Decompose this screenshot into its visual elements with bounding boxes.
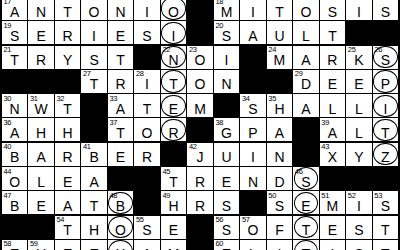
cell-letter: O — [187, 70, 212, 93]
clue-number: 24 — [268, 46, 276, 54]
clue-number: 40 — [4, 143, 12, 151]
cell-r2c4[interactable]: I — [81, 21, 106, 44]
cell-r1c5[interactable]: N — [108, 0, 133, 20]
cell-r3c12[interactable]: A — [293, 46, 318, 69]
cell-r2c5[interactable]: E — [108, 21, 133, 44]
cell-r3c8[interactable]: 23O — [187, 46, 212, 69]
cell-r11c9[interactable]: 60E — [214, 240, 239, 250]
clue-number: 53 — [374, 192, 382, 200]
cell-r11c12[interactable]: T — [293, 240, 318, 250]
black-cell — [134, 191, 159, 214]
cell-r7c15[interactable]: Z — [373, 143, 398, 166]
cell-letter: T — [293, 240, 318, 250]
black-cell — [346, 167, 371, 190]
cell-letter: T — [267, 0, 292, 20]
clue-number: 30 — [4, 95, 12, 103]
cell-r8c1[interactable]: 44O — [2, 167, 27, 190]
cell-letter: E — [108, 21, 133, 44]
cell-r2c6[interactable]: S — [134, 21, 159, 44]
black-cell — [2, 70, 27, 93]
clue-number: 34 — [242, 95, 250, 103]
cell-r6c15[interactable]: T — [373, 118, 398, 141]
black-cell — [55, 70, 80, 93]
cell-r3c9[interactable]: I — [214, 46, 239, 69]
cell-letter: A — [240, 21, 265, 44]
cell-letter: T — [108, 46, 133, 69]
cell-r7c13[interactable]: 43X — [320, 143, 345, 166]
cell-r9c12[interactable]: E — [293, 191, 318, 214]
cell-r4c15[interactable]: P — [373, 70, 398, 93]
cell-letter: T — [161, 70, 186, 93]
cell-r5c14[interactable]: L — [346, 94, 371, 117]
clue-number: 57 — [242, 216, 250, 224]
cell-letter: N — [214, 70, 239, 93]
cell-r11c3[interactable]: E — [55, 240, 80, 250]
cell-letter: L — [346, 94, 371, 117]
cell-letter: E — [214, 167, 239, 190]
cell-r9c11[interactable]: 50S — [267, 191, 292, 214]
cell-r3c3[interactable]: Y — [55, 46, 80, 69]
cell-r4c4[interactable]: 27T — [81, 70, 106, 93]
cell-r10c5[interactable]: O — [108, 216, 133, 239]
cell-letter: P — [373, 70, 398, 93]
cell-letter: A — [293, 94, 318, 117]
cell-r5c3[interactable]: 32T — [55, 94, 80, 117]
cell-letter: O — [81, 0, 106, 20]
clue-number: 46 — [295, 168, 303, 176]
black-cell — [187, 216, 212, 239]
clue-number: 54 — [56, 216, 64, 224]
cell-r9c2[interactable]: E — [28, 191, 53, 214]
cell-letter: E — [55, 240, 80, 250]
clue-number: 37 — [109, 119, 117, 127]
cell-r7c2[interactable]: A — [28, 143, 53, 166]
cell-letter: I — [346, 0, 371, 20]
cell-r11c14[interactable]: S — [346, 240, 371, 250]
cell-r2c10[interactable]: A — [240, 21, 265, 44]
black-cell — [28, 70, 53, 93]
cell-r4c7[interactable]: T — [161, 70, 186, 93]
cell-letter: P — [240, 118, 265, 141]
cell-letter: T — [373, 118, 398, 141]
black-cell — [81, 94, 106, 117]
black-cell — [161, 143, 186, 166]
cell-letter: Y — [346, 143, 371, 166]
cell-letter: R — [108, 70, 133, 93]
clue-number: 27 — [83, 70, 91, 78]
cell-r9c7[interactable]: 49H — [161, 191, 186, 214]
cell-letter: E — [320, 216, 345, 239]
cell-r8c3[interactable]: E — [55, 167, 80, 190]
cell-r4c6[interactable]: 28I — [134, 70, 159, 93]
cell-letter: I — [320, 240, 345, 250]
cell-letter: I — [267, 240, 292, 250]
cell-r5c1[interactable]: 30N — [2, 94, 27, 117]
cell-r1c11[interactable]: T — [267, 0, 292, 20]
cell-r10c11[interactable]: F — [267, 216, 292, 239]
cell-r7c11[interactable]: N — [267, 143, 292, 166]
cell-letter: R — [134, 143, 159, 166]
cell-letter: S — [320, 0, 345, 20]
clue-number: 51 — [321, 192, 329, 200]
cell-letter: T — [134, 94, 159, 117]
cell-r9c13[interactable]: 51M — [320, 191, 345, 214]
cell-letter: L — [240, 240, 265, 250]
black-cell — [81, 118, 106, 141]
cell-r4c8[interactable]: O — [187, 70, 212, 93]
cell-letter: T — [55, 0, 80, 20]
cell-r2c13[interactable]: T — [320, 21, 345, 44]
clue-number: 23 — [189, 46, 197, 54]
clue-number: 26 — [374, 46, 382, 54]
cell-letter: S — [346, 240, 371, 250]
cell-r3c15[interactable]: 26S — [373, 46, 398, 69]
black-cell — [187, 118, 212, 141]
cell-letter: I — [161, 21, 186, 44]
cell-r11c1[interactable]: 58E — [2, 240, 27, 250]
cell-r4c5[interactable]: R — [108, 70, 133, 93]
cell-r7c3[interactable]: R — [55, 143, 80, 166]
cell-letter: I — [134, 0, 159, 20]
black-cell — [373, 167, 398, 190]
cell-r6c2[interactable]: H — [28, 118, 53, 141]
black-cell — [320, 167, 345, 190]
black-cell — [2, 216, 27, 239]
clue-number: 44 — [4, 168, 12, 176]
clue-number: 52 — [348, 192, 356, 200]
cell-r7c6[interactable]: R — [134, 143, 159, 166]
clue-number: 38 — [215, 119, 223, 127]
cell-letter: A — [81, 167, 106, 190]
cell-letter: R — [187, 167, 212, 190]
cell-r10c13[interactable]: E — [320, 216, 345, 239]
black-cell — [214, 94, 239, 117]
cell-letter: R — [55, 21, 80, 44]
cell-letter: E — [293, 191, 318, 214]
clue-number: 33 — [109, 95, 117, 103]
cell-r10c7[interactable]: E — [161, 216, 186, 239]
cell-r8c2[interactable]: L — [28, 167, 53, 190]
cell-r2c9[interactable]: 20S — [214, 21, 239, 44]
clue-number: 49 — [162, 192, 170, 200]
cell-letter: E — [320, 70, 345, 93]
cell-letter: O — [293, 0, 318, 20]
cell-r9c14[interactable]: 52I — [346, 191, 371, 214]
cell-r6c9[interactable]: 38G — [214, 118, 239, 141]
clue-number: 29 — [295, 70, 303, 78]
cell-letter: O — [134, 118, 159, 141]
cell-r6c6[interactable]: O — [134, 118, 159, 141]
black-cell — [240, 191, 265, 214]
cell-letter: N — [240, 167, 265, 190]
cell-r9c1[interactable]: 47B — [2, 191, 27, 214]
cell-r1c3[interactable]: T — [55, 0, 80, 20]
cell-r8c8[interactable]: R — [187, 167, 212, 190]
cell-r8c7[interactable]: 45T — [161, 167, 186, 190]
cell-r2c1[interactable]: 19S — [2, 21, 27, 44]
cell-r5c2[interactable]: 31W — [28, 94, 53, 117]
cell-letter: S — [214, 191, 239, 214]
black-cell — [187, 240, 212, 250]
clue-number: 60 — [215, 240, 223, 248]
cell-r2c3[interactable]: R — [55, 21, 80, 44]
cell-r4c14[interactable]: E — [346, 70, 371, 93]
cell-letter: H — [55, 118, 80, 141]
cell-letter: T — [293, 216, 318, 239]
cell-letter: T — [373, 216, 398, 239]
black-cell — [187, 21, 212, 44]
cell-letter: S — [81, 46, 106, 69]
cell-r1c10[interactable]: I — [240, 0, 265, 20]
cell-r5c15[interactable]: I — [373, 94, 398, 117]
black-cell — [240, 46, 265, 69]
cell-r10c3[interactable]: 54T — [55, 216, 80, 239]
cell-r11c5[interactable]: X — [108, 240, 133, 250]
cell-r7c4[interactable]: 41B — [81, 143, 106, 166]
black-cell — [134, 46, 159, 69]
clue-number: 48 — [109, 192, 117, 200]
cell-r3c5[interactable]: T — [108, 46, 133, 69]
cell-r11c6[interactable]: A — [134, 240, 159, 250]
cell-r1c4[interactable]: O — [81, 0, 106, 20]
crossword-board: 17ANTONIO18MITOSIS19SERIESI20SAULT21TRYS… — [0, 0, 400, 250]
black-cell — [346, 21, 371, 44]
cell-letter: N — [108, 0, 133, 20]
cell-r2c12[interactable]: L — [293, 21, 318, 44]
cell-letter: M — [161, 240, 186, 250]
cell-r5c5[interactable]: 33A — [108, 94, 133, 117]
cell-r9c5[interactable]: 48B — [108, 191, 133, 214]
clue-number: 25 — [348, 46, 356, 54]
black-cell — [293, 118, 318, 141]
clue-number: 50 — [268, 192, 276, 200]
cell-letter: S — [134, 21, 159, 44]
cell-r7c14[interactable]: Y — [346, 143, 371, 166]
cell-r6c13[interactable]: 39A — [320, 118, 345, 141]
cell-r9c4[interactable]: T — [81, 191, 106, 214]
cell-r7c10[interactable]: I — [240, 143, 265, 166]
cell-letter: H — [81, 216, 106, 239]
black-cell — [108, 167, 133, 190]
cell-letter: E — [28, 21, 53, 44]
cell-letter: R — [55, 143, 80, 166]
cell-r1c1[interactable]: 17A — [2, 0, 27, 20]
cell-letter: U — [267, 21, 292, 44]
cell-r11c11[interactable]: I — [267, 240, 292, 250]
cell-r9c8[interactable]: R — [187, 191, 212, 214]
cell-r5c10[interactable]: 34S — [240, 94, 265, 117]
cell-r1c12[interactable]: O — [293, 0, 318, 20]
cell-r2c11[interactable]: U — [267, 21, 292, 44]
cell-r10c9[interactable]: 56S — [214, 216, 239, 239]
cell-r5c8[interactable]: M — [187, 94, 212, 117]
cell-r8c4[interactable]: A — [81, 167, 106, 190]
cell-letter: N — [267, 143, 292, 166]
cell-letter: U — [214, 143, 239, 166]
cell-r11c10[interactable]: L — [240, 240, 265, 250]
cell-letter: E — [108, 143, 133, 166]
cell-r4c12[interactable]: 29D — [293, 70, 318, 93]
cell-r1c14[interactable]: I — [346, 0, 371, 20]
cell-r11c7[interactable]: M — [161, 240, 186, 250]
black-cell — [187, 0, 212, 20]
cell-r6c5[interactable]: 37T — [108, 118, 133, 141]
cell-letter: D — [267, 167, 292, 190]
cell-r6c10[interactable]: P — [240, 118, 265, 141]
cell-letter: A — [55, 191, 80, 214]
cell-r8c9[interactable]: E — [214, 167, 239, 190]
cell-r10c6[interactable]: 55S — [134, 216, 159, 239]
black-cell — [240, 70, 265, 93]
clue-number: 31 — [30, 95, 38, 103]
cell-letter: A — [134, 240, 159, 250]
cell-letter: A — [293, 46, 318, 69]
clue-number: 41 — [83, 143, 91, 151]
cell-r6c7[interactable]: R — [161, 118, 186, 141]
cell-r11c15[interactable]: T — [373, 240, 398, 250]
cell-letter: X — [108, 240, 133, 250]
cell-r10c15[interactable]: T — [373, 216, 398, 239]
black-cell — [134, 167, 159, 190]
cell-letter: E — [346, 70, 371, 93]
clue-number: 32 — [56, 95, 64, 103]
cell-r2c2[interactable]: E — [28, 21, 53, 44]
cell-r11c4[interactable]: E — [81, 240, 106, 250]
clue-number: 19 — [4, 22, 12, 30]
cell-letter: I — [240, 143, 265, 166]
cell-letter: I — [240, 0, 265, 20]
cell-letter: L — [346, 118, 371, 141]
cell-letter: R — [28, 46, 53, 69]
cell-r9c3[interactable]: A — [55, 191, 80, 214]
clue-number: 36 — [4, 119, 12, 127]
clue-number: 43 — [321, 143, 329, 151]
cell-letter: L — [28, 167, 53, 190]
black-cell — [293, 143, 318, 166]
cell-r3c7[interactable]: 22N — [161, 46, 186, 69]
cell-r9c15[interactable]: 53S — [373, 191, 398, 214]
cell-r5c11[interactable]: 35H — [267, 94, 292, 117]
clue-number: 56 — [215, 216, 223, 224]
clue-number: 47 — [4, 192, 12, 200]
clue-number: 55 — [136, 216, 144, 224]
clue-number: 18 — [215, 0, 223, 5]
clue-number: 21 — [4, 46, 12, 54]
cell-r6c11[interactable]: A — [267, 118, 292, 141]
cell-letter: H — [28, 118, 53, 141]
cell-letter: A — [28, 143, 53, 166]
clue-number: 45 — [162, 168, 170, 176]
cell-r7c8[interactable]: 42J — [187, 143, 212, 166]
cell-r1c2[interactable]: N — [28, 0, 53, 20]
clue-number: 20 — [215, 22, 223, 30]
cell-r4c13[interactable]: E — [320, 70, 345, 93]
clue-number: 35 — [268, 95, 276, 103]
clue-number: 59 — [30, 240, 38, 248]
cell-r10c14[interactable]: S — [346, 216, 371, 239]
cell-r10c12[interactable]: T — [293, 216, 318, 239]
cell-r1c7[interactable]: O — [161, 0, 186, 20]
cell-letter: Z — [373, 143, 398, 166]
cell-r2c7[interactable]: I — [161, 21, 186, 44]
cell-r6c1[interactable]: 36A — [2, 118, 27, 141]
cell-letter: L — [293, 21, 318, 44]
cell-r5c13[interactable]: L — [320, 94, 345, 117]
cell-r3c13[interactable]: R — [320, 46, 345, 69]
cell-letter: L — [320, 94, 345, 117]
cell-letter: E — [55, 167, 80, 190]
cell-r6c14[interactable]: L — [346, 118, 371, 141]
cell-r7c5[interactable]: E — [108, 143, 133, 166]
cell-r7c9[interactable]: U — [214, 143, 239, 166]
cell-r8c12[interactable]: 46S — [293, 167, 318, 190]
cell-letter: Y — [55, 46, 80, 69]
clue-number: 22 — [162, 46, 170, 54]
cell-letter: T — [373, 240, 398, 250]
cell-letter: A — [267, 118, 292, 141]
clue-number: 42 — [189, 143, 197, 151]
cell-r4c9[interactable]: N — [214, 70, 239, 93]
cell-letter: E — [81, 240, 106, 250]
cell-r1c9[interactable]: 18M — [214, 0, 239, 20]
cell-r11c2[interactable]: 59Y — [28, 240, 53, 250]
cell-r3c1[interactable]: 21T — [2, 46, 27, 69]
black-cell — [28, 216, 53, 239]
clue-number: 58 — [4, 240, 12, 248]
cell-r6c3[interactable]: H — [55, 118, 80, 141]
cell-letter: E — [161, 216, 186, 239]
cell-r9c9[interactable]: S — [214, 191, 239, 214]
cell-r8c11[interactable]: D — [267, 167, 292, 190]
cell-letter: T — [81, 191, 106, 214]
cell-letter: S — [346, 216, 371, 239]
cell-letter: S — [373, 0, 398, 20]
cell-letter: O — [161, 0, 186, 20]
cell-r5c7[interactable]: E — [161, 94, 186, 117]
crossword-grid: 17ANTONIO18MITOSIS19SERIESI20SAULT21TRYS… — [0, 0, 400, 250]
cell-r3c14[interactable]: 25K — [346, 46, 371, 69]
cell-r5c6[interactable]: T — [134, 94, 159, 117]
cell-r10c4[interactable]: H — [81, 216, 106, 239]
cell-letter: I — [373, 94, 398, 117]
cell-r10c10[interactable]: 57O — [240, 216, 265, 239]
cell-letter: N — [28, 0, 53, 20]
cell-letter: F — [267, 216, 292, 239]
clue-number: 39 — [321, 119, 329, 127]
cell-r7c1[interactable]: 40B — [2, 143, 27, 166]
cell-r8c10[interactable]: N — [240, 167, 265, 190]
cell-r5c12[interactable]: A — [293, 94, 318, 117]
cell-letter: E — [161, 94, 186, 117]
cell-r1c13[interactable]: S — [320, 0, 345, 20]
cell-letter: R — [187, 191, 212, 214]
cell-r3c2[interactable]: R — [28, 46, 53, 69]
clue-number: 17 — [4, 0, 12, 5]
cell-letter: T — [320, 21, 345, 44]
black-cell — [267, 70, 292, 93]
cell-letter: O — [108, 216, 133, 239]
cell-letter: I — [81, 21, 106, 44]
black-cell — [373, 21, 398, 44]
cell-r1c6[interactable]: I — [134, 0, 159, 20]
cell-r1c15[interactable]: S — [373, 0, 398, 20]
cell-r3c11[interactable]: 24M — [267, 46, 292, 69]
cell-letter: E — [28, 191, 53, 214]
cell-r11c13[interactable]: I — [320, 240, 345, 250]
cell-r3c4[interactable]: S — [81, 46, 106, 69]
cell-letter: M — [187, 94, 212, 117]
cell-letter: I — [214, 46, 239, 69]
